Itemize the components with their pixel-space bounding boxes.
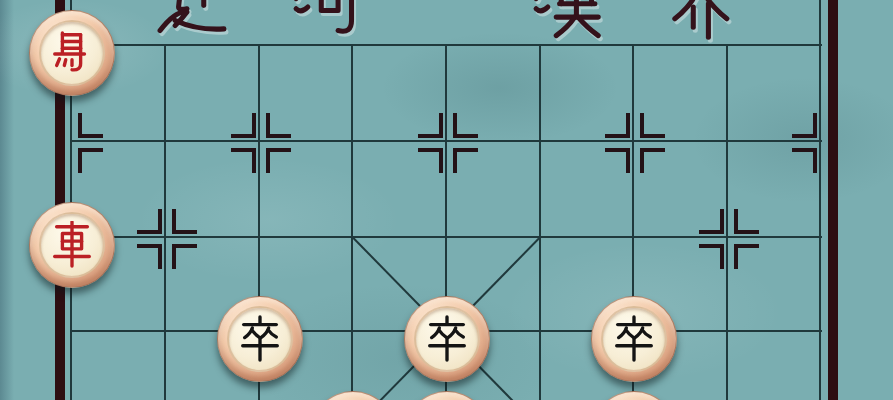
position-marker-f6r6 <box>640 113 665 138</box>
piece-face <box>227 306 293 372</box>
river-char-0 <box>150 0 234 44</box>
position-marker-f2r6 <box>231 113 256 138</box>
position-marker-f7r7 <box>699 244 724 269</box>
piece-red-horse[interactable] <box>29 10 115 96</box>
rank-line-5 <box>71 44 822 46</box>
position-marker-f6r6 <box>640 148 665 173</box>
position-marker-f6r6 <box>605 113 630 138</box>
file-line-5 <box>539 45 541 400</box>
position-marker-f2r6 <box>266 148 291 173</box>
position-marker-f4r6 <box>453 148 478 173</box>
position-marker-f8r6 <box>792 148 817 173</box>
rank-line-7 <box>71 236 822 238</box>
position-marker-f8r6 <box>792 113 817 138</box>
piece-red-chariot[interactable] <box>29 202 115 288</box>
piece-face <box>39 20 105 86</box>
piece-char-卒 <box>610 315 658 363</box>
position-marker-f7r7 <box>734 244 759 269</box>
piece-black-soldier-1[interactable] <box>217 296 303 382</box>
piece-char-車 <box>48 221 96 269</box>
position-marker-f7r7 <box>734 209 759 234</box>
position-marker-f7r7 <box>699 209 724 234</box>
piece-black-soldier-2[interactable] <box>404 296 490 382</box>
piece-partial-piece-2[interactable] <box>404 391 490 400</box>
position-marker-f2r6 <box>231 148 256 173</box>
piece-face <box>414 306 480 372</box>
river-char-1 <box>286 0 370 44</box>
river-char-3 <box>658 0 742 44</box>
piece-partial-piece-3[interactable] <box>591 391 677 400</box>
rank-line-6 <box>71 140 822 142</box>
position-marker-f1r7 <box>137 244 162 269</box>
position-marker-f1r7 <box>172 209 197 234</box>
piece-face <box>39 212 105 278</box>
position-marker-f1r7 <box>172 244 197 269</box>
position-marker-f0r6 <box>78 113 103 138</box>
position-marker-f4r6 <box>418 148 443 173</box>
piece-black-soldier-3[interactable] <box>591 296 677 382</box>
position-marker-f0r6 <box>78 148 103 173</box>
file-line-7 <box>726 45 728 400</box>
position-marker-f6r6 <box>605 148 630 173</box>
position-marker-f4r6 <box>453 113 478 138</box>
board-frame-right <box>828 0 838 400</box>
position-marker-f2r6 <box>266 113 291 138</box>
piece-face <box>601 306 667 372</box>
river-char-2 <box>526 0 610 44</box>
file-line-1 <box>164 45 166 400</box>
file-line-8 <box>819 0 821 400</box>
file-line-3 <box>351 45 353 400</box>
piece-char-馬 <box>48 29 96 77</box>
xiangqi-board[interactable] <box>0 0 893 400</box>
position-marker-f1r7 <box>137 209 162 234</box>
position-marker-f4r6 <box>418 113 443 138</box>
piece-char-卒 <box>423 315 471 363</box>
piece-char-卒 <box>236 315 284 363</box>
